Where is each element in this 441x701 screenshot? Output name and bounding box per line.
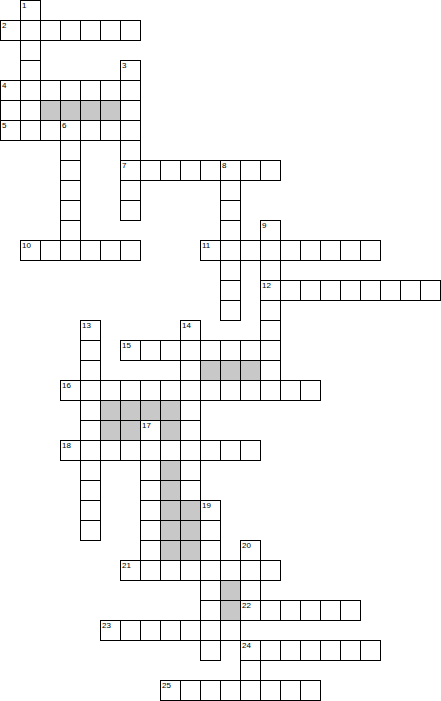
answer-cell[interactable] [40, 240, 61, 261]
answer-cell[interactable] [300, 240, 321, 261]
answer-cell[interactable] [180, 340, 201, 361]
shaded-cell [60, 100, 81, 121]
answer-cell[interactable] [180, 420, 201, 441]
answer-cell[interactable] [120, 240, 141, 261]
answer-cell[interactable] [100, 80, 121, 101]
answer-cell[interactable] [300, 380, 321, 401]
clue-number: 14 [182, 321, 191, 330]
answer-cell[interactable]: 2 [0, 20, 21, 41]
shaded-cell [160, 400, 181, 421]
answer-cell[interactable] [120, 20, 141, 41]
answer-cell[interactable] [20, 120, 41, 141]
answer-cell[interactable] [280, 380, 301, 401]
answer-cell[interactable] [140, 520, 161, 541]
answer-cell[interactable] [220, 280, 241, 301]
answer-cell[interactable] [100, 380, 121, 401]
clue-number: 4 [2, 81, 6, 90]
answer-cell[interactable]: 25 [160, 680, 181, 701]
answer-cell[interactable] [240, 340, 261, 361]
answer-cell[interactable] [120, 80, 141, 101]
answer-cell[interactable] [320, 640, 341, 661]
clue-number: 18 [62, 441, 71, 450]
clue-number: 24 [242, 641, 251, 650]
clue-number: 8 [222, 161, 226, 170]
answer-cell[interactable] [240, 440, 261, 461]
answer-cell[interactable] [240, 680, 261, 701]
answer-cell[interactable] [80, 440, 101, 461]
answer-cell[interactable] [60, 200, 81, 221]
answer-cell[interactable] [340, 280, 361, 301]
answer-cell[interactable] [220, 440, 241, 461]
answer-cell[interactable] [300, 600, 321, 621]
answer-cell[interactable] [20, 60, 41, 81]
answer-cell[interactable] [180, 680, 201, 701]
answer-cell[interactable] [340, 640, 361, 661]
shaded-cell [220, 600, 241, 621]
answer-cell[interactable] [0, 100, 21, 121]
answer-cell[interactable]: 20 [240, 540, 261, 561]
clue-number: 20 [242, 541, 251, 550]
answer-cell[interactable] [260, 160, 281, 181]
answer-cell[interactable] [180, 440, 201, 461]
answer-cell[interactable] [360, 640, 381, 661]
shaded-cell [160, 500, 181, 521]
answer-cell[interactable] [80, 80, 101, 101]
answer-cell[interactable]: 19 [200, 500, 221, 521]
clue-number: 13 [82, 321, 91, 330]
answer-cell[interactable] [220, 220, 241, 241]
answer-cell[interactable] [220, 340, 241, 361]
answer-cell[interactable] [200, 620, 221, 641]
shaded-cell [100, 100, 121, 121]
shaded-cell [80, 100, 101, 121]
answer-cell[interactable] [120, 380, 141, 401]
answer-cell[interactable] [180, 560, 201, 581]
answer-cell[interactable] [160, 560, 181, 581]
answer-cell[interactable] [120, 120, 141, 141]
answer-cell[interactable] [40, 80, 61, 101]
answer-cell[interactable] [120, 620, 141, 641]
answer-cell[interactable] [140, 440, 161, 461]
answer-cell[interactable] [160, 620, 181, 641]
answer-cell[interactable] [240, 580, 261, 601]
clue-number: 7 [122, 161, 126, 170]
clue-number: 17 [142, 421, 151, 430]
answer-cell[interactable] [20, 100, 41, 121]
crossword-board: 1234567891011121314151617181920212223242… [0, 0, 441, 701]
answer-cell[interactable] [60, 220, 81, 241]
answer-cell[interactable] [200, 560, 221, 581]
clue-number: 23 [102, 621, 111, 630]
shaded-cell [220, 580, 241, 601]
clue-number: 5 [2, 121, 6, 130]
answer-cell[interactable] [280, 240, 301, 261]
answer-cell[interactable]: 9 [260, 220, 281, 241]
answer-cell[interactable]: 22 [240, 600, 261, 621]
shaded-cell [160, 540, 181, 561]
answer-cell[interactable] [100, 20, 121, 41]
answer-cell[interactable] [220, 240, 241, 261]
shaded-cell [160, 420, 181, 441]
answer-cell[interactable] [300, 280, 321, 301]
answer-cell[interactable] [80, 340, 101, 361]
answer-cell[interactable] [160, 440, 181, 461]
shaded-cell [160, 480, 181, 501]
answer-cell[interactable]: 6 [60, 120, 81, 141]
answer-cell[interactable] [80, 500, 101, 521]
answer-cell[interactable]: 5 [0, 120, 21, 141]
answer-cell[interactable]: 11 [200, 240, 221, 261]
answer-cell[interactable] [240, 560, 261, 581]
answer-cell[interactable] [240, 160, 261, 181]
answer-cell[interactable] [260, 360, 281, 381]
answer-cell[interactable]: 13 [80, 320, 101, 341]
answer-cell[interactable] [320, 280, 341, 301]
answer-cell[interactable]: 12 [260, 280, 281, 301]
clue-number: 25 [162, 681, 171, 690]
answer-cell[interactable] [420, 280, 441, 301]
answer-cell[interactable] [180, 480, 201, 501]
answer-cell[interactable] [300, 680, 321, 701]
answer-cell[interactable]: 4 [0, 80, 21, 101]
answer-cell[interactable] [60, 160, 81, 181]
answer-cell[interactable] [220, 560, 241, 581]
answer-cell[interactable] [140, 540, 161, 561]
answer-cell[interactable] [80, 420, 101, 441]
answer-cell[interactable] [260, 340, 281, 361]
answer-cell[interactable] [220, 300, 241, 321]
answer-cell[interactable] [260, 640, 281, 661]
answer-cell[interactable] [20, 20, 41, 41]
answer-cell[interactable] [240, 660, 261, 681]
answer-cell[interactable] [200, 600, 221, 621]
answer-cell[interactable] [220, 260, 241, 281]
answer-cell[interactable] [220, 380, 241, 401]
answer-cell[interactable] [200, 160, 221, 181]
answer-cell[interactable] [260, 560, 281, 581]
answer-cell[interactable] [140, 160, 161, 181]
shaded-cell [40, 100, 61, 121]
answer-cell[interactable] [200, 540, 221, 561]
answer-cell[interactable] [280, 680, 301, 701]
answer-cell[interactable] [260, 240, 281, 261]
answer-cell[interactable] [260, 300, 281, 321]
answer-cell[interactable]: 16 [60, 380, 81, 401]
answer-cell[interactable] [100, 120, 121, 141]
answer-cell[interactable]: 18 [60, 440, 81, 461]
clue-number: 3 [122, 61, 126, 70]
answer-cell[interactable]: 21 [120, 560, 141, 581]
answer-cell[interactable] [200, 520, 221, 541]
answer-cell[interactable] [180, 360, 201, 381]
answer-cell[interactable] [20, 80, 41, 101]
answer-cell[interactable] [100, 440, 121, 461]
shaded-cell [240, 360, 261, 381]
answer-cell[interactable] [160, 340, 181, 361]
answer-cell[interactable] [180, 460, 201, 481]
answer-cell[interactable] [20, 40, 41, 61]
answer-cell[interactable] [360, 240, 381, 261]
answer-cell[interactable]: 24 [240, 640, 261, 661]
answer-cell[interactable] [180, 400, 201, 421]
answer-cell[interactable] [140, 620, 161, 641]
shaded-cell [180, 500, 201, 521]
answer-cell[interactable] [80, 120, 101, 141]
answer-cell[interactable]: 15 [120, 340, 141, 361]
answer-cell[interactable] [380, 280, 401, 301]
answer-cell[interactable] [180, 620, 201, 641]
answer-cell[interactable] [220, 200, 241, 221]
shaded-cell [120, 420, 141, 441]
answer-cell[interactable] [260, 600, 281, 621]
clue-number: 22 [242, 601, 251, 610]
answer-cell[interactable] [40, 120, 61, 141]
answer-cell[interactable] [140, 460, 161, 481]
answer-cell[interactable]: 7 [120, 160, 141, 181]
answer-cell[interactable] [120, 180, 141, 201]
answer-cell[interactable] [60, 20, 81, 41]
answer-cell[interactable] [80, 380, 101, 401]
answer-cell[interactable] [320, 240, 341, 261]
answer-cell[interactable] [40, 20, 61, 41]
shaded-cell [160, 460, 181, 481]
clue-number: 6 [62, 121, 66, 130]
answer-cell[interactable] [280, 600, 301, 621]
answer-cell[interactable]: 14 [180, 320, 201, 341]
answer-cell[interactable] [140, 480, 161, 501]
shaded-cell [140, 400, 161, 421]
clue-number: 11 [202, 241, 210, 250]
answer-cell[interactable]: 8 [220, 160, 241, 181]
answer-cell[interactable] [140, 560, 161, 581]
shaded-cell [160, 520, 181, 541]
answer-cell[interactable] [140, 380, 161, 401]
clue-number: 15 [122, 341, 131, 350]
clue-number: 16 [62, 381, 71, 390]
answer-cell[interactable] [120, 440, 141, 461]
shaded-cell [120, 400, 141, 421]
answer-cell[interactable] [120, 200, 141, 221]
answer-cell[interactable] [160, 380, 181, 401]
answer-cell[interactable] [80, 20, 101, 41]
answer-cell[interactable] [220, 680, 241, 701]
answer-cell[interactable] [260, 680, 281, 701]
answer-cell[interactable]: 17 [140, 420, 161, 441]
answer-cell[interactable] [320, 600, 341, 621]
answer-cell[interactable] [340, 240, 361, 261]
clue-number: 21 [122, 561, 131, 570]
answer-cell[interactable] [80, 520, 101, 541]
answer-cell[interactable] [160, 160, 181, 181]
shaded-cell [220, 360, 241, 381]
answer-cell[interactable] [280, 280, 301, 301]
answer-cell[interactable] [220, 620, 241, 641]
answer-cell[interactable] [80, 400, 101, 421]
answer-cell[interactable] [60, 240, 81, 261]
answer-cell[interactable] [400, 280, 421, 301]
answer-cell[interactable] [200, 440, 221, 461]
answer-cell[interactable] [120, 100, 141, 121]
clue-number: 9 [262, 221, 266, 230]
answer-cell[interactable] [180, 160, 201, 181]
answer-cell[interactable] [140, 500, 161, 521]
answer-cell[interactable]: 10 [20, 240, 41, 261]
answer-cell[interactable]: 1 [20, 0, 41, 21]
answer-cell[interactable] [220, 180, 241, 201]
answer-cell[interactable] [80, 240, 101, 261]
clue-number: 12 [262, 281, 271, 290]
answer-cell[interactable] [240, 380, 261, 401]
answer-cell[interactable] [200, 380, 221, 401]
answer-cell[interactable] [80, 360, 101, 381]
answer-cell[interactable] [60, 180, 81, 201]
clue-number: 1 [22, 1, 26, 10]
answer-cell[interactable] [80, 460, 101, 481]
answer-cell[interactable] [300, 640, 321, 661]
answer-cell[interactable] [340, 600, 361, 621]
shaded-cell [180, 540, 201, 561]
answer-cell[interactable] [200, 340, 221, 361]
answer-cell[interactable] [280, 640, 301, 661]
answer-cell[interactable] [120, 140, 141, 161]
answer-cell[interactable] [260, 380, 281, 401]
shaded-cell [100, 400, 121, 421]
answer-cell[interactable] [200, 680, 221, 701]
answer-cell[interactable] [360, 280, 381, 301]
answer-cell[interactable] [200, 580, 221, 601]
answer-cell[interactable] [180, 380, 201, 401]
shaded-cell [180, 520, 201, 541]
answer-cell[interactable] [60, 80, 81, 101]
clue-number: 19 [202, 501, 211, 510]
answer-cell[interactable] [100, 240, 121, 261]
answer-cell[interactable] [140, 340, 161, 361]
answer-cell[interactable] [60, 140, 81, 161]
answer-cell[interactable] [200, 640, 221, 661]
shaded-cell [100, 420, 121, 441]
answer-cell[interactable]: 3 [120, 60, 141, 81]
answer-cell[interactable] [260, 320, 281, 341]
clue-number: 2 [2, 21, 6, 30]
answer-cell[interactable] [240, 240, 261, 261]
answer-cell[interactable] [260, 260, 281, 281]
answer-cell[interactable]: 23 [100, 620, 121, 641]
clue-number: 10 [22, 241, 31, 250]
shaded-cell [200, 360, 221, 381]
answer-cell[interactable] [80, 480, 101, 501]
